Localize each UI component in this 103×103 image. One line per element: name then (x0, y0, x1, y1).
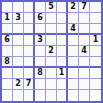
cell-r8c1[interactable] (2, 79, 13, 90)
cell-r5c2[interactable] (13, 46, 24, 57)
cell-r2c3[interactable] (24, 13, 35, 24)
cell-r1c3[interactable] (24, 2, 35, 13)
cell-r3c4[interactable] (35, 24, 46, 35)
cell-r5c4[interactable] (35, 46, 46, 57)
cell-r5c3[interactable] (24, 46, 35, 57)
cell-r5c5[interactable]: 2 (46, 46, 57, 57)
cell-r4c8[interactable] (79, 35, 90, 46)
cell-r1c7[interactable]: 2 (68, 2, 79, 13)
cell-r9c5[interactable] (46, 90, 57, 101)
cell-r1c8[interactable]: 7 (79, 2, 90, 13)
cell-r7c4[interactable]: 8 (35, 68, 46, 79)
cell-r2c9[interactable] (90, 13, 101, 24)
cell-r8c9[interactable] (90, 79, 101, 90)
cell-r9c7[interactable] (68, 90, 79, 101)
cell-r1c1[interactable] (2, 2, 13, 13)
cell-r6c7[interactable] (68, 57, 79, 68)
cell-r5c6[interactable] (57, 46, 68, 57)
cell-r2c1[interactable]: 1 (2, 13, 13, 24)
cell-r6c3[interactable] (24, 57, 35, 68)
cell-r7c9[interactable] (90, 68, 101, 79)
cell-r2c5[interactable] (46, 13, 57, 24)
cell-r6c2[interactable] (13, 57, 24, 68)
cell-r6c1[interactable]: 8 (2, 57, 13, 68)
cell-r7c8[interactable] (79, 68, 90, 79)
cell-r7c2[interactable] (13, 68, 24, 79)
cell-r1c4[interactable] (35, 2, 46, 13)
cell-r7c7[interactable] (68, 68, 79, 79)
cell-r5c1[interactable] (2, 46, 13, 57)
cell-r1c9[interactable] (90, 2, 101, 13)
cell-r5c9[interactable] (90, 46, 101, 57)
cell-r7c3[interactable] (24, 68, 35, 79)
cell-r8c6[interactable] (57, 79, 68, 90)
cell-r7c5[interactable] (46, 68, 57, 79)
cell-r9c1[interactable] (2, 90, 13, 101)
cell-r9c8[interactable] (79, 90, 90, 101)
cell-r6c6[interactable] (57, 57, 68, 68)
cell-r5c8[interactable]: 4 (79, 46, 90, 57)
cell-r7c6[interactable]: 1 (57, 68, 68, 79)
cell-r4c7[interactable] (68, 35, 79, 46)
cell-r9c9[interactable] (90, 90, 101, 101)
cell-r6c9[interactable] (90, 57, 101, 68)
cell-r7c1[interactable] (2, 68, 13, 79)
cell-r9c3[interactable] (24, 90, 35, 101)
cell-r2c4[interactable]: 6 (35, 13, 46, 24)
cell-r4c6[interactable] (57, 35, 68, 46)
cell-r1c2[interactable] (13, 2, 24, 13)
cell-r8c5[interactable] (46, 79, 57, 90)
cell-r9c6[interactable] (57, 90, 68, 101)
cell-r8c8[interactable] (79, 79, 90, 90)
cell-r3c6[interactable] (57, 24, 68, 35)
cell-r3c1[interactable] (2, 24, 13, 35)
cell-r9c4[interactable] (35, 90, 46, 101)
cell-r3c7[interactable]: 4 (68, 24, 79, 35)
cell-r3c5[interactable] (46, 24, 57, 35)
cell-r4c5[interactable] (46, 35, 57, 46)
cell-r3c8[interactable] (79, 24, 90, 35)
sudoku-board: 52713646312488127 (0, 0, 103, 103)
cell-r2c8[interactable] (79, 13, 90, 24)
cell-r6c4[interactable] (35, 57, 46, 68)
cell-r4c1[interactable]: 6 (2, 35, 13, 46)
cell-r3c9[interactable] (90, 24, 101, 35)
cell-r3c2[interactable] (13, 24, 24, 35)
cell-r3c3[interactable] (24, 24, 35, 35)
cell-r8c2[interactable]: 2 (13, 79, 24, 90)
cell-r4c4[interactable]: 3 (35, 35, 46, 46)
cell-r6c5[interactable] (46, 57, 57, 68)
cell-r8c3[interactable]: 7 (24, 79, 35, 90)
cell-r1c5[interactable]: 5 (46, 2, 57, 13)
cell-r2c2[interactable]: 3 (13, 13, 24, 24)
cell-r2c7[interactable] (68, 13, 79, 24)
cell-r6c8[interactable] (79, 57, 90, 68)
cell-r4c3[interactable] (24, 35, 35, 46)
cell-r1c6[interactable] (57, 2, 68, 13)
cell-r4c2[interactable] (13, 35, 24, 46)
cell-r8c4[interactable] (35, 79, 46, 90)
cell-r5c7[interactable] (68, 46, 79, 57)
cell-r8c7[interactable] (68, 79, 79, 90)
cell-r9c2[interactable] (13, 90, 24, 101)
cell-r4c9[interactable]: 1 (90, 35, 101, 46)
cell-r2c6[interactable] (57, 13, 68, 24)
